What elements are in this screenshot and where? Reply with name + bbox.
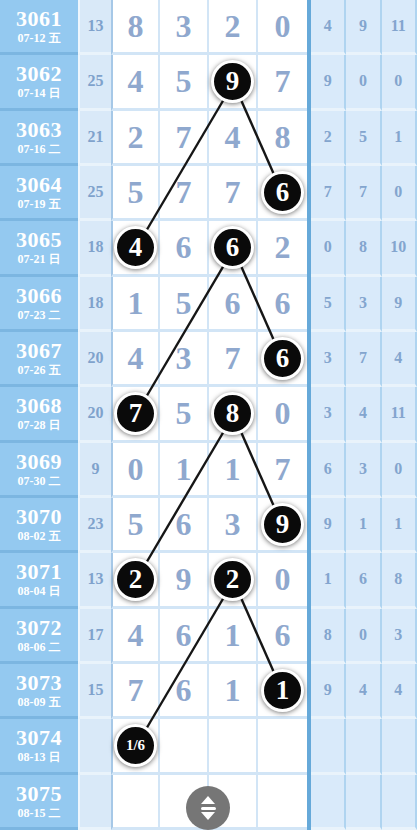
chart-row: 306507-21 日1846620810 — [0, 221, 417, 276]
count-value: 18 — [88, 295, 104, 311]
tail-cell: 4 — [382, 664, 417, 719]
digit-cell[interactable]: 4 — [111, 55, 160, 110]
tail-value: 3 — [394, 627, 402, 643]
draw-cell: 306807-28 日 — [0, 387, 78, 442]
digit-cell[interactable]: 8 — [258, 111, 307, 166]
count-cell: 17 — [78, 609, 111, 664]
circled-digit[interactable]: 6 — [261, 171, 304, 214]
count-value: 18 — [88, 239, 104, 255]
tail-cell: 7 — [346, 332, 381, 387]
draw-date: 08-06 二 — [18, 641, 61, 654]
tail-cell: 9 — [311, 55, 346, 110]
tail-value: 4 — [394, 350, 402, 366]
tail-value: 5 — [359, 129, 367, 145]
tail-cell: 0 — [382, 443, 417, 498]
tail-value: 1 — [324, 571, 332, 587]
digit-value: 6 — [275, 287, 291, 319]
count-value: 15 — [88, 682, 104, 698]
digit-value: 8 — [128, 10, 144, 42]
count-value: 20 — [88, 405, 104, 421]
digit-value: 5 — [176, 397, 192, 429]
tail-value: 7 — [359, 350, 367, 366]
tail-cell: 0 — [382, 55, 417, 110]
tail-cell: 4 — [346, 387, 381, 442]
tail-value: 0 — [394, 184, 402, 200]
digit-value: 6 — [176, 508, 192, 540]
digit-value: 1 — [225, 674, 241, 706]
digit-cell[interactable]: 2 — [209, 553, 258, 608]
count-cell: 15 — [78, 664, 111, 719]
digit-cell[interactable]: 5 — [160, 387, 209, 442]
draw-cell: 307008-02 五 — [0, 498, 78, 553]
digit-cell[interactable]: 4 — [111, 332, 160, 387]
tail-cell: 9 — [346, 0, 381, 55]
digit-cell[interactable]: 6 — [160, 609, 209, 664]
tail-value: 1 — [359, 516, 367, 532]
digit-value: 9 — [176, 563, 192, 595]
digit-value: 7 — [176, 176, 192, 208]
tail-cell: 3 — [346, 443, 381, 498]
chart-row: 306307-16 二212748251 — [0, 111, 417, 166]
tail-value: 4 — [394, 682, 402, 698]
tail-value: 0 — [359, 73, 367, 89]
digit-value: 3 — [176, 342, 192, 374]
draw-cell: 306907-30 二 — [0, 443, 78, 498]
tail-cell: 0 — [346, 55, 381, 110]
digit-cell[interactable]: 1 — [209, 443, 258, 498]
tail-value: 0 — [324, 239, 332, 255]
tail-cell: 1 — [311, 553, 346, 608]
digit-value: 2 — [225, 10, 241, 42]
tail-value: 9 — [324, 73, 332, 89]
digit-value: 6 — [176, 674, 192, 706]
digit-cell[interactable]: 3 — [160, 332, 209, 387]
chart-row: 307208-06 二174616803 — [0, 609, 417, 664]
tail-value: 3 — [324, 405, 332, 421]
tail-cell: 11 — [382, 387, 417, 442]
draw-number: 3066 — [16, 284, 62, 308]
digit-cell[interactable]: 7 — [209, 166, 258, 221]
circled-digit[interactable]: 6 — [211, 226, 254, 269]
digit-cell[interactable]: 5 — [160, 277, 209, 332]
tail-value: 8 — [324, 627, 332, 643]
draw-date: 07-21 日 — [18, 253, 61, 266]
digit-value: 4 — [128, 65, 144, 97]
digit-cell[interactable] — [209, 719, 258, 774]
circled-digit[interactable]: 7 — [114, 392, 157, 435]
digit-cell[interactable]: 6 — [209, 277, 258, 332]
digit-value: 4 — [128, 619, 144, 651]
count-cell: 25 — [78, 166, 111, 221]
digit-cell[interactable]: 3 — [160, 0, 209, 55]
count-value: 21 — [88, 129, 104, 145]
tail-value: 11 — [391, 18, 406, 34]
digit-cell[interactable]: 9 — [209, 55, 258, 110]
digit-cell[interactable]: 1/6 — [111, 719, 160, 774]
draw-cell: 306407-19 五 — [0, 166, 78, 221]
digit-value: 7 — [128, 674, 144, 706]
digit-value: 1 — [176, 453, 192, 485]
digit-cell[interactable]: 7 — [160, 166, 209, 221]
chart-row: 306807-28 日2075803411 — [0, 387, 417, 442]
tail-cell: 9 — [311, 664, 346, 719]
tail-value: 3 — [359, 295, 367, 311]
count-cell: 18 — [78, 221, 111, 276]
digit-cell[interactable]: 7 — [209, 332, 258, 387]
draw-number: 3062 — [16, 62, 62, 86]
digit-cell[interactable]: 9 — [160, 553, 209, 608]
tail-value: 7 — [359, 184, 367, 200]
count-cell: 13 — [78, 553, 111, 608]
draw-number: 3073 — [16, 671, 62, 695]
digit-value: 5 — [176, 287, 192, 319]
digit-value: 7 — [176, 121, 192, 153]
digit-cell[interactable]: 6 — [258, 166, 307, 221]
digit-cell[interactable]: 6 — [209, 221, 258, 276]
digit-cell[interactable]: 7 — [258, 443, 307, 498]
tail-cell: 0 — [382, 166, 417, 221]
digit-cell[interactable]: 1 — [209, 664, 258, 719]
draw-date: 08-15 二 — [18, 807, 61, 820]
digit-value: 2 — [128, 121, 144, 153]
digit-value: 1 — [128, 287, 144, 319]
tail-cell — [311, 719, 346, 774]
digit-cell[interactable]: 6 — [160, 664, 209, 719]
digit-cell[interactable]: 6 — [258, 277, 307, 332]
digit-cell[interactable]: 5 — [160, 55, 209, 110]
draw-cell: 307408-13 日 — [0, 719, 78, 774]
tail-cell: 9 — [382, 277, 417, 332]
tail-value: 11 — [391, 405, 406, 421]
tail-cell: 3 — [346, 277, 381, 332]
chart-row: 306607-23 二181566539 — [0, 277, 417, 332]
tail-cell: 8 — [382, 553, 417, 608]
tail-value: 9 — [359, 18, 367, 34]
digit-value: 0 — [275, 397, 291, 429]
draw-number: 3065 — [16, 228, 62, 252]
tail-value: 4 — [324, 18, 332, 34]
draw-cell: 306607-23 二 — [0, 277, 78, 332]
digit-value: 0 — [275, 10, 291, 42]
digit-cell[interactable]: 0 — [111, 443, 160, 498]
tail-cell: 3 — [311, 332, 346, 387]
tail-value: 0 — [394, 73, 402, 89]
count-cell: 20 — [78, 387, 111, 442]
divider-bar-icon — [201, 807, 216, 810]
draw-date: 08-02 五 — [18, 530, 61, 543]
tail-value: 4 — [359, 682, 367, 698]
digit-cell[interactable]: 3 — [209, 498, 258, 553]
trend-chart: 306107-12 五1383204911306207-14 日25459790… — [0, 0, 417, 830]
circled-digit[interactable]: 6 — [261, 337, 304, 380]
count-cell — [78, 719, 111, 774]
count-value: 25 — [88, 73, 104, 89]
tail-cell: 8 — [346, 221, 381, 276]
draw-cell: 306707-26 五 — [0, 332, 78, 387]
tail-value: 7 — [324, 184, 332, 200]
draw-number: 3067 — [16, 339, 62, 363]
draw-cell: 307308-09 五 — [0, 664, 78, 719]
digit-cell[interactable]: 7 — [258, 55, 307, 110]
digit-cell[interactable]: 6 — [258, 332, 307, 387]
digit-cell[interactable]: 0 — [258, 387, 307, 442]
circled-digit[interactable]: 2 — [211, 558, 254, 601]
draw-cell: 307208-06 二 — [0, 609, 78, 664]
tail-value: 9 — [324, 516, 332, 532]
digit-value: 3 — [225, 508, 241, 540]
digit-value: 0 — [275, 563, 291, 595]
chart-row: 306707-26 五204376374 — [0, 332, 417, 387]
draw-number: 3074 — [16, 726, 62, 750]
digit-cell[interactable]: 4 — [111, 221, 160, 276]
digit-value: 6 — [275, 619, 291, 651]
tail-cell — [346, 775, 381, 830]
draw-cell: 307108-04 日 — [0, 553, 78, 608]
draw-cell: 306107-12 五 — [0, 0, 78, 55]
draw-number: 3061 — [16, 7, 62, 31]
chart-row: 306907-30 二90117630 — [0, 443, 417, 498]
digit-cell[interactable]: 1 — [258, 664, 307, 719]
tail-cell: 0 — [311, 221, 346, 276]
tail-cell: 4 — [346, 664, 381, 719]
count-cell: 13 — [78, 0, 111, 55]
digit-cell[interactable]: 6 — [258, 609, 307, 664]
digit-value: 7 — [225, 342, 241, 374]
draw-number: 3063 — [16, 118, 62, 142]
tail-cell: 7 — [346, 166, 381, 221]
draw-date: 07-28 日 — [18, 419, 61, 432]
digit-value: 1 — [225, 453, 241, 485]
digit-cell[interactable]: 2 — [209, 0, 258, 55]
tail-value: 6 — [359, 571, 367, 587]
draw-date: 08-04 日 — [18, 585, 61, 598]
digit-cell[interactable]: 9 — [258, 498, 307, 553]
count-cell: 18 — [78, 277, 111, 332]
digit-value: 5 — [176, 65, 192, 97]
chart-row: 307408-13 日1/6 — [0, 719, 417, 774]
tail-cell: 1 — [382, 498, 417, 553]
draw-date: 07-23 二 — [18, 309, 61, 322]
digit-value: 4 — [225, 121, 241, 153]
tail-cell: 7 — [311, 166, 346, 221]
tail-value: 9 — [324, 682, 332, 698]
circled-digit[interactable]: 1/6 — [114, 724, 157, 767]
draw-date: 07-30 二 — [18, 475, 61, 488]
digit-cell[interactable] — [258, 719, 307, 774]
tail-cell — [346, 719, 381, 774]
tail-value: 4 — [359, 405, 367, 421]
digit-cell[interactable] — [111, 775, 160, 830]
tail-value: 1 — [394, 516, 402, 532]
draw-date: 08-13 日 — [18, 751, 61, 764]
tail-cell: 1 — [382, 111, 417, 166]
count-value: 23 — [88, 516, 104, 532]
chart-row: 306207-14 日254597900 — [0, 55, 417, 110]
count-cell: 25 — [78, 55, 111, 110]
count-cell — [78, 775, 111, 830]
tail-value: 1 — [394, 129, 402, 145]
digit-value: 4 — [128, 342, 144, 374]
circled-digit[interactable]: 1 — [261, 669, 304, 712]
digit-value: 0 — [128, 453, 144, 485]
circled-digit[interactable]: 4 — [114, 226, 157, 269]
digit-value: 1 — [225, 619, 241, 651]
digit-cell[interactable]: 7 — [111, 664, 160, 719]
digit-cell[interactable]: 5 — [111, 166, 160, 221]
count-value: 17 — [88, 627, 104, 643]
draw-cell: 306307-16 二 — [0, 111, 78, 166]
tail-cell: 0 — [346, 609, 381, 664]
down-arrow-icon — [201, 812, 215, 820]
tail-cell: 8 — [311, 609, 346, 664]
tail-value: 0 — [394, 461, 402, 477]
draw-cell: 307508-15 二 — [0, 775, 78, 830]
digit-cell[interactable]: 0 — [258, 0, 307, 55]
digit-value: 3 — [176, 10, 192, 42]
tail-value: 8 — [359, 239, 367, 255]
tail-cell — [311, 775, 346, 830]
draw-number: 3068 — [16, 394, 62, 418]
tail-cell: 9 — [311, 498, 346, 553]
draw-date: 07-16 二 — [18, 143, 61, 156]
draw-number: 3070 — [16, 505, 62, 529]
circled-digit[interactable]: 2 — [114, 558, 157, 601]
circled-digit[interactable]: 8 — [211, 392, 254, 435]
tail-cell: 11 — [382, 0, 417, 55]
digit-value: 6 — [225, 287, 241, 319]
tail-cell: 6 — [311, 443, 346, 498]
count-value: 20 — [88, 350, 104, 366]
draw-cell: 306207-14 日 — [0, 55, 78, 110]
chart-row: 306107-12 五1383204911 — [0, 0, 417, 55]
chart-row: 307108-04 日132920168 — [0, 553, 417, 608]
digit-cell[interactable]: 2 — [111, 111, 160, 166]
up-arrow-icon — [201, 796, 215, 804]
tail-cell: 5 — [346, 111, 381, 166]
tail-cell: 3 — [311, 387, 346, 442]
tail-cell — [382, 775, 417, 830]
tail-value: 5 — [324, 295, 332, 311]
tail-cell — [382, 719, 417, 774]
draw-number: 3064 — [16, 173, 62, 197]
tail-cell: 4 — [382, 332, 417, 387]
circled-digit[interactable]: 9 — [211, 60, 254, 103]
chart-row: 307308-09 五157611944 — [0, 664, 417, 719]
digit-cell[interactable]: 2 — [258, 221, 307, 276]
digit-value: 7 — [275, 65, 291, 97]
draw-number: 3072 — [16, 616, 62, 640]
draw-date: 07-14 日 — [18, 87, 61, 100]
tail-cell: 5 — [311, 277, 346, 332]
digit-cell[interactable]: 7 — [160, 111, 209, 166]
digit-cell[interactable]: 6 — [160, 221, 209, 276]
tail-cell: 2 — [311, 111, 346, 166]
draw-cell: 306507-21 日 — [0, 221, 78, 276]
digit-cell[interactable] — [160, 719, 209, 774]
digit-value: 7 — [225, 176, 241, 208]
draw-number: 3069 — [16, 450, 62, 474]
tail-value: 9 — [394, 295, 402, 311]
count-value: 25 — [88, 184, 104, 200]
digit-value: 8 — [275, 121, 291, 153]
digit-cell[interactable]: 7 — [111, 387, 160, 442]
digit-cell[interactable]: 2 — [111, 553, 160, 608]
tail-cell: 4 — [311, 0, 346, 55]
tail-cell: 1 — [346, 498, 381, 553]
digit-cell[interactable]: 5 — [111, 498, 160, 553]
digit-cell[interactable]: 4 — [209, 111, 258, 166]
digit-cell[interactable]: 1 — [111, 277, 160, 332]
draw-date: 07-19 五 — [18, 198, 61, 211]
count-cell: 21 — [78, 111, 111, 166]
digit-value: 2 — [275, 231, 291, 263]
tail-cell: 6 — [346, 553, 381, 608]
count-cell: 20 — [78, 332, 111, 387]
circled-digit[interactable]: 9 — [261, 503, 304, 546]
draw-date: 07-12 五 — [18, 32, 61, 45]
digit-cell[interactable]: 0 — [258, 553, 307, 608]
tail-value: 2 — [324, 129, 332, 145]
count-value: 13 — [88, 571, 104, 587]
tail-value: 3 — [324, 350, 332, 366]
tail-cell: 10 — [382, 221, 417, 276]
digit-value: 5 — [128, 176, 144, 208]
digit-value: 7 — [275, 453, 291, 485]
draw-date: 07-26 五 — [18, 364, 61, 377]
digit-cell[interactable]: 1 — [209, 609, 258, 664]
digit-value: 6 — [176, 619, 192, 651]
scroll-toggle-button[interactable] — [186, 786, 230, 830]
tail-cell: 3 — [382, 609, 417, 664]
tail-value: 6 — [324, 461, 332, 477]
digit-cell[interactable]: 8 — [111, 0, 160, 55]
digit-cell[interactable] — [258, 775, 307, 830]
draw-date: 08-09 五 — [18, 696, 61, 709]
count-value: 13 — [88, 18, 104, 34]
tail-value: 0 — [359, 627, 367, 643]
digit-value: 6 — [176, 231, 192, 263]
tail-value: 8 — [394, 571, 402, 587]
count-value: 9 — [92, 461, 100, 477]
count-cell: 9 — [78, 443, 111, 498]
digit-cell[interactable]: 1 — [160, 443, 209, 498]
chart-row: 306407-19 五255776770 — [0, 166, 417, 221]
draw-number: 3071 — [16, 560, 62, 584]
draw-number: 3075 — [16, 782, 62, 806]
digit-cell[interactable]: 6 — [160, 498, 209, 553]
digit-cell[interactable]: 8 — [209, 387, 258, 442]
digit-cell[interactable]: 4 — [111, 609, 160, 664]
chart-row: 307008-02 五235639911 — [0, 498, 417, 553]
count-cell: 23 — [78, 498, 111, 553]
tail-value: 10 — [390, 239, 406, 255]
tail-value: 3 — [359, 461, 367, 477]
digit-value: 5 — [128, 508, 144, 540]
